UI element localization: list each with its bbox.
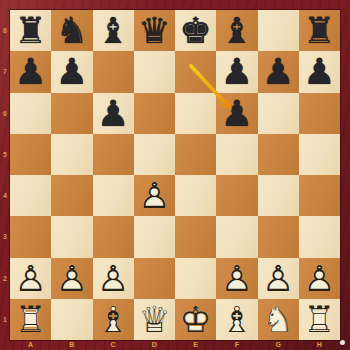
- piece-black-pawn[interactable]: ♟: [10, 51, 51, 92]
- square-c7[interactable]: [93, 51, 134, 92]
- square-d6[interactable]: [134, 93, 175, 134]
- square-c2[interactable]: ♟: [93, 258, 134, 299]
- square-h3[interactable]: [299, 216, 340, 257]
- file-label-c: C: [93, 340, 134, 350]
- square-f2[interactable]: ♟: [216, 258, 257, 299]
- square-f5[interactable]: [216, 134, 257, 175]
- piece-black-rook[interactable]: ♜: [299, 10, 340, 51]
- square-f7[interactable]: ♟: [216, 51, 257, 92]
- piece-black-rook[interactable]: ♜: [10, 10, 51, 51]
- square-a5[interactable]: [10, 134, 51, 175]
- piece-black-pawn[interactable]: ♟: [51, 51, 92, 92]
- square-g1[interactable]: ♞: [258, 299, 299, 340]
- square-e4[interactable]: [175, 175, 216, 216]
- square-e5[interactable]: [175, 134, 216, 175]
- piece-black-king[interactable]: ♚: [175, 10, 216, 51]
- square-c8[interactable]: ♝: [93, 10, 134, 51]
- square-f1[interactable]: ♝: [216, 299, 257, 340]
- square-a4[interactable]: [10, 175, 51, 216]
- square-c4[interactable]: [93, 175, 134, 216]
- piece-black-queen[interactable]: ♛: [134, 10, 175, 51]
- piece-black-pawn[interactable]: ♟: [258, 51, 299, 92]
- square-b5[interactable]: [51, 134, 92, 175]
- rank-label-1: 1: [0, 299, 10, 340]
- square-d2[interactable]: [134, 258, 175, 299]
- piece-white-pawn[interactable]: ♟: [93, 258, 134, 299]
- piece-white-pawn[interactable]: ♟: [134, 175, 175, 216]
- square-f4[interactable]: [216, 175, 257, 216]
- piece-white-pawn[interactable]: ♟: [51, 258, 92, 299]
- square-h4[interactable]: [299, 175, 340, 216]
- rank-label-3: 3: [0, 216, 10, 257]
- piece-black-pawn[interactable]: ♟: [216, 93, 257, 134]
- square-d3[interactable]: [134, 216, 175, 257]
- piece-black-pawn[interactable]: ♟: [216, 51, 257, 92]
- square-d4[interactable]: ♟: [134, 175, 175, 216]
- square-a6[interactable]: [10, 93, 51, 134]
- square-b6[interactable]: [51, 93, 92, 134]
- file-label-d: D: [134, 340, 175, 350]
- square-g8[interactable]: [258, 10, 299, 51]
- square-b4[interactable]: [51, 175, 92, 216]
- piece-white-bishop[interactable]: ♝: [93, 299, 134, 340]
- square-e7[interactable]: [175, 51, 216, 92]
- piece-white-pawn[interactable]: ♟: [299, 258, 340, 299]
- file-label-f: F: [216, 340, 257, 350]
- square-g4[interactable]: [258, 175, 299, 216]
- square-b2[interactable]: ♟: [51, 258, 92, 299]
- corner-dot: [340, 340, 345, 345]
- piece-black-pawn[interactable]: ♟: [299, 51, 340, 92]
- square-h6[interactable]: [299, 93, 340, 134]
- board: ♜♞♝♛♚♝♜♟♟♟♟♟♟♟♟♟♟♟♟♟♟♜♝♛♚♝♞♜: [10, 10, 340, 340]
- square-h8[interactable]: ♜: [299, 10, 340, 51]
- piece-black-pawn[interactable]: ♟: [93, 93, 134, 134]
- piece-white-rook[interactable]: ♜: [299, 299, 340, 340]
- piece-white-rook[interactable]: ♜: [10, 299, 51, 340]
- square-g5[interactable]: [258, 134, 299, 175]
- square-c3[interactable]: [93, 216, 134, 257]
- square-g3[interactable]: [258, 216, 299, 257]
- piece-black-bishop[interactable]: ♝: [216, 10, 257, 51]
- square-a2[interactable]: ♟: [10, 258, 51, 299]
- square-b1[interactable]: [51, 299, 92, 340]
- square-g2[interactable]: ♟: [258, 258, 299, 299]
- file-label-e: E: [175, 340, 216, 350]
- square-e1[interactable]: ♚: [175, 299, 216, 340]
- square-b7[interactable]: ♟: [51, 51, 92, 92]
- piece-white-pawn[interactable]: ♟: [258, 258, 299, 299]
- square-g7[interactable]: ♟: [258, 51, 299, 92]
- square-h1[interactable]: ♜: [299, 299, 340, 340]
- piece-black-knight[interactable]: ♞: [51, 10, 92, 51]
- rank-label-8: 8: [0, 10, 10, 51]
- rank-label-6: 6: [0, 93, 10, 134]
- square-h7[interactable]: ♟: [299, 51, 340, 92]
- square-a1[interactable]: ♜: [10, 299, 51, 340]
- square-f8[interactable]: ♝: [216, 10, 257, 51]
- square-d5[interactable]: [134, 134, 175, 175]
- square-h2[interactable]: ♟: [299, 258, 340, 299]
- piece-white-pawn[interactable]: ♟: [10, 258, 51, 299]
- piece-white-pawn[interactable]: ♟: [216, 258, 257, 299]
- square-a8[interactable]: ♜: [10, 10, 51, 51]
- piece-white-king[interactable]: ♚: [175, 299, 216, 340]
- square-b8[interactable]: ♞: [51, 10, 92, 51]
- square-f6[interactable]: ♟: [216, 93, 257, 134]
- file-label-h: H: [299, 340, 340, 350]
- square-e8[interactable]: ♚: [175, 10, 216, 51]
- square-d1[interactable]: ♛: [134, 299, 175, 340]
- rank-label-5: 5: [0, 134, 10, 175]
- piece-white-knight[interactable]: ♞: [258, 299, 299, 340]
- file-label-a: A: [10, 340, 51, 350]
- square-a7[interactable]: ♟: [10, 51, 51, 92]
- rank-label-4: 4: [0, 175, 10, 216]
- square-d7[interactable]: [134, 51, 175, 92]
- square-c1[interactable]: ♝: [93, 299, 134, 340]
- square-g6[interactable]: [258, 93, 299, 134]
- piece-black-bishop[interactable]: ♝: [93, 10, 134, 51]
- square-e3[interactable]: [175, 216, 216, 257]
- square-b3[interactable]: [51, 216, 92, 257]
- file-label-b: B: [51, 340, 92, 350]
- piece-white-bishop[interactable]: ♝: [216, 299, 257, 340]
- square-a3[interactable]: [10, 216, 51, 257]
- square-c6[interactable]: ♟: [93, 93, 134, 134]
- square-h5[interactable]: [299, 134, 340, 175]
- square-c5[interactable]: [93, 134, 134, 175]
- piece-white-queen[interactable]: ♛: [134, 299, 175, 340]
- chessboard-frame: ♜♞♝♛♚♝♜♟♟♟♟♟♟♟♟♟♟♟♟♟♟♜♝♛♚♝♞♜ 87654321 AB…: [0, 0, 350, 350]
- square-d8[interactable]: ♛: [134, 10, 175, 51]
- square-f3[interactable]: [216, 216, 257, 257]
- file-label-g: G: [258, 340, 299, 350]
- rank-label-7: 7: [0, 51, 10, 92]
- square-e6[interactable]: [175, 93, 216, 134]
- rank-label-2: 2: [0, 258, 10, 299]
- square-e2[interactable]: [175, 258, 216, 299]
